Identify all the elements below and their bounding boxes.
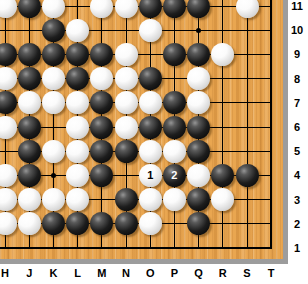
white-stone-K5[interactable]	[42, 140, 65, 163]
grid-vline-R	[222, 0, 223, 249]
star-point-K4	[51, 173, 56, 178]
black-stone-O6[interactable]	[139, 116, 162, 139]
go-board[interactable]: 12	[0, 0, 288, 264]
move-number-P4: 2	[163, 164, 186, 187]
white-stone-Q7[interactable]	[187, 91, 210, 114]
white-stone-H6[interactable]	[0, 116, 17, 139]
white-stone-Q4[interactable]	[187, 164, 210, 187]
row-label-3: 3	[285, 193, 308, 207]
row-label-11: 11	[285, 0, 308, 13]
row-label-9: 9	[285, 47, 308, 61]
white-stone-H4[interactable]	[0, 164, 17, 187]
column-label-S: S	[237, 266, 257, 280]
white-stone-N6[interactable]	[115, 116, 138, 139]
white-stone-J2[interactable]	[18, 212, 41, 235]
column-label-P: P	[164, 266, 184, 280]
white-stone-N9[interactable]	[115, 43, 138, 66]
grid-hline-10	[0, 30, 272, 31]
column-label-Q: Q	[189, 266, 209, 280]
white-stone-H3[interactable]	[0, 188, 17, 211]
white-stone-L3[interactable]	[66, 188, 89, 211]
black-stone-Q2[interactable]	[187, 212, 210, 235]
white-stone-L7[interactable]	[66, 91, 89, 114]
black-stone-M5[interactable]	[90, 140, 113, 163]
black-stone-P9[interactable]	[163, 43, 186, 66]
white-stone-R3[interactable]	[211, 188, 234, 211]
black-stone-P4[interactable]: 2	[163, 164, 186, 187]
white-stone-H2[interactable]	[0, 212, 17, 235]
black-stone-H7[interactable]	[0, 91, 17, 114]
black-stone-Q11[interactable]	[187, 0, 210, 18]
column-label-L: L	[68, 266, 88, 280]
black-stone-L2[interactable]	[66, 212, 89, 235]
row-label-7: 7	[285, 96, 308, 110]
black-stone-K2[interactable]	[42, 212, 65, 235]
grid-hline-1	[0, 247, 272, 249]
black-stone-N3[interactable]	[115, 188, 138, 211]
black-stone-J8[interactable]	[18, 67, 41, 90]
column-label-R: R	[213, 266, 233, 280]
white-stone-H11[interactable]	[0, 0, 17, 18]
white-stone-K3[interactable]	[42, 188, 65, 211]
white-stone-P3[interactable]	[163, 188, 186, 211]
row-label-4: 4	[285, 168, 308, 182]
row-label-8: 8	[285, 72, 308, 86]
black-stone-M9[interactable]	[90, 43, 113, 66]
black-stone-S4[interactable]	[236, 164, 259, 187]
white-stone-S11[interactable]	[236, 0, 259, 18]
black-stone-M4[interactable]	[90, 164, 113, 187]
white-stone-K8[interactable]	[42, 67, 65, 90]
column-label-H: H	[0, 266, 15, 280]
black-stone-H9[interactable]	[0, 43, 17, 66]
black-stone-Q3[interactable]	[187, 188, 210, 211]
black-stone-J9[interactable]	[18, 43, 41, 66]
black-stone-M7[interactable]	[90, 91, 113, 114]
black-stone-P6[interactable]	[163, 116, 186, 139]
white-stone-J3[interactable]	[18, 188, 41, 211]
white-stone-M11[interactable]	[90, 0, 113, 18]
white-stone-R9[interactable]	[211, 43, 234, 66]
black-stone-K9[interactable]	[42, 43, 65, 66]
white-stone-L4[interactable]	[66, 164, 89, 187]
white-stone-L10[interactable]	[66, 19, 89, 42]
star-point-Q10	[196, 28, 201, 33]
white-stone-L5[interactable]	[66, 140, 89, 163]
black-stone-J5[interactable]	[18, 140, 41, 163]
black-stone-K10[interactable]	[42, 19, 65, 42]
black-stone-J6[interactable]	[18, 116, 41, 139]
column-label-M: M	[92, 266, 112, 280]
white-stone-N7[interactable]	[115, 91, 138, 114]
black-stone-N5[interactable]	[115, 140, 138, 163]
column-label-T: T	[261, 266, 281, 280]
row-label-10: 10	[285, 23, 308, 37]
grid-vline-T	[270, 0, 272, 249]
black-stone-M2[interactable]	[90, 212, 113, 235]
black-stone-Q5[interactable]	[187, 140, 210, 163]
row-label-1: 1	[285, 241, 308, 255]
white-stone-N8[interactable]	[115, 67, 138, 90]
black-stone-N2[interactable]	[115, 212, 138, 235]
black-stone-M6[interactable]	[90, 116, 113, 139]
black-stone-P11[interactable]	[163, 0, 186, 18]
black-stone-O8[interactable]	[139, 67, 162, 90]
move-number-O4: 1	[139, 164, 162, 187]
row-label-6: 6	[285, 120, 308, 134]
go-diagram: 12 HJKLMNOPQRST 1110987654321	[0, 0, 308, 284]
white-stone-Q8[interactable]	[187, 67, 210, 90]
white-stone-K11[interactable]	[42, 0, 65, 18]
row-label-5: 5	[285, 144, 308, 158]
white-stone-O5[interactable]	[139, 140, 162, 163]
row-label-2: 2	[285, 217, 308, 231]
black-stone-R4[interactable]	[211, 164, 234, 187]
column-label-N: N	[116, 266, 136, 280]
black-stone-Q9[interactable]	[187, 43, 210, 66]
white-stone-H8[interactable]	[0, 67, 17, 90]
black-stone-J4[interactable]	[18, 164, 41, 187]
black-stone-O11[interactable]	[139, 0, 162, 18]
black-stone-L8[interactable]	[66, 67, 89, 90]
white-stone-M8[interactable]	[90, 67, 113, 90]
white-stone-O4[interactable]: 1	[139, 164, 162, 187]
black-stone-Q6[interactable]	[187, 116, 210, 139]
column-label-J: J	[19, 266, 39, 280]
white-stone-J7[interactable]	[18, 91, 41, 114]
white-stone-K7[interactable]	[42, 91, 65, 114]
white-stone-O3[interactable]	[139, 188, 162, 211]
column-label-K: K	[43, 266, 63, 280]
grid-vline-S	[247, 0, 248, 249]
white-stone-L6[interactable]	[66, 116, 89, 139]
white-stone-N11[interactable]	[115, 0, 138, 18]
white-stone-O10[interactable]	[139, 19, 162, 42]
black-stone-P7[interactable]	[163, 91, 186, 114]
white-stone-O7[interactable]	[139, 91, 162, 114]
black-stone-J11[interactable]	[18, 0, 41, 18]
white-stone-O2[interactable]	[139, 212, 162, 235]
column-label-O: O	[140, 266, 160, 280]
black-stone-L9[interactable]	[66, 43, 89, 66]
white-stone-P5[interactable]	[163, 140, 186, 163]
